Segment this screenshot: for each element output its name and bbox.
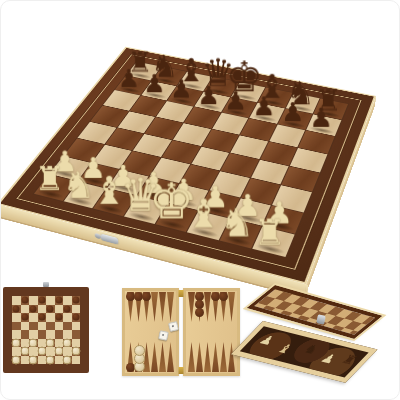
hinge-icon	[179, 367, 184, 374]
checkers-square	[63, 322, 72, 331]
thumbnail-backgammon[interactable]	[122, 288, 240, 376]
checkers-square	[46, 313, 55, 322]
checkers-square	[29, 296, 38, 305]
backgammon-left-half	[122, 288, 179, 376]
checkers-board	[3, 287, 89, 373]
dice-icon	[158, 330, 169, 341]
checkers-square	[46, 305, 55, 314]
checkers-square	[29, 347, 38, 356]
hinge-icon	[179, 290, 184, 297]
dark-checker	[21, 314, 28, 321]
checkers-square	[21, 305, 30, 314]
backgammon-point	[151, 342, 158, 372]
backgammon-point	[228, 342, 235, 372]
checkers-square	[38, 330, 47, 339]
light-checker	[46, 355, 55, 364]
checkers-square	[72, 296, 81, 305]
checkers-square	[12, 313, 21, 322]
checkers-square	[72, 305, 81, 314]
checkers-square	[55, 356, 64, 365]
checkers-square	[46, 347, 55, 356]
checkers-square	[38, 347, 47, 356]
black-pawn: ♟	[281, 99, 305, 125]
checkers-square	[63, 356, 72, 365]
checkers-square	[12, 296, 21, 305]
checkers-square	[38, 339, 47, 348]
checkers-square	[63, 330, 72, 339]
checkers-square	[55, 347, 64, 356]
checkers-square	[12, 356, 21, 365]
white-knight: ♞	[219, 204, 254, 243]
black-pawn: ♟	[117, 66, 139, 91]
backgammon-point	[196, 342, 203, 372]
light-checker	[20, 347, 29, 356]
checkers-square	[72, 347, 81, 356]
checkers-square	[21, 296, 30, 305]
checkers-square	[72, 339, 81, 348]
thumbnail-checkers[interactable]	[3, 282, 89, 378]
black-pawn: ♟	[252, 93, 275, 119]
dark-checker	[64, 305, 71, 312]
white-bishop: ♝	[186, 195, 221, 234]
backgammon-point	[188, 342, 195, 372]
checkers-square	[29, 322, 38, 331]
checkers-square	[72, 313, 81, 322]
checkers-square	[21, 347, 30, 356]
checkers-square	[63, 339, 72, 348]
white-knight: ♞	[63, 166, 96, 203]
checkers-square	[55, 296, 64, 305]
backgammon-point	[159, 292, 166, 322]
checkers-square	[63, 296, 72, 305]
checkers-square	[46, 322, 55, 331]
backgammon-right-half	[183, 288, 240, 376]
perspective-wrapper: ♜♞♝♛♚♝♞♜♟♟♟♟♟♟♟♟♟♟♟♟♟♟♟♟♜♞♝♛♚♝♞♜	[1, 1, 400, 279]
checkers-square	[21, 330, 30, 339]
dark-checker	[38, 297, 45, 304]
light-checker	[71, 347, 80, 356]
light-checker	[29, 338, 38, 347]
checkers-square	[29, 305, 38, 314]
checkers-square	[55, 305, 64, 314]
backgammon-point	[167, 342, 174, 372]
backgammon-point	[151, 292, 158, 322]
white-rook: ♜	[254, 215, 286, 251]
square-h1: ♜	[253, 227, 295, 257]
dark-checker	[47, 305, 54, 312]
checkers-square	[72, 330, 81, 339]
checkers-square	[55, 313, 64, 322]
backgammon-point	[220, 342, 227, 372]
checkers-square	[12, 347, 21, 356]
black-pawn: ♟	[309, 105, 333, 131]
checkers-square	[63, 313, 72, 322]
checkers-square	[12, 339, 21, 348]
checkers-grid	[12, 296, 80, 364]
chess-board-3d: ♜♞♝♛♚♝♞♜♟♟♟♟♟♟♟♟♟♟♟♟♟♟♟♟♜♞♝♛♚♝♞♜	[0, 47, 376, 284]
checkers-square	[38, 305, 47, 314]
checkers-square	[38, 296, 47, 305]
checkers-square	[21, 339, 30, 348]
dice-icon	[168, 321, 179, 332]
black-pawn: ♟	[170, 77, 193, 102]
main-product-photo[interactable]: ♜♞♝♛♚♝♞♜♟♟♟♟♟♟♟♟♟♟♟♟♟♟♟♟♜♞♝♛♚♝♞♜	[1, 1, 400, 279]
backgammon-point	[167, 292, 174, 322]
checkers-square	[21, 356, 30, 365]
dark-checker	[21, 297, 28, 304]
light-checker	[63, 355, 72, 364]
checkers-square	[21, 313, 30, 322]
checkers-square	[55, 339, 64, 348]
checkers-square	[29, 339, 38, 348]
thumbnail-storage-box[interactable]: ♟ ♝ ♞ ♟ ♜	[261, 275, 400, 385]
checkers-square	[55, 322, 64, 331]
light-checker	[29, 355, 38, 364]
dark-backgammon-checker	[142, 292, 151, 301]
backgammon-point	[228, 292, 235, 322]
light-checker	[63, 338, 72, 347]
backgammon-point	[204, 292, 211, 322]
square-g4	[251, 159, 289, 184]
checkers-square	[72, 322, 81, 331]
checkers-square	[72, 356, 81, 365]
checkers-square	[46, 356, 55, 365]
checkers-square	[55, 330, 64, 339]
checkers-square	[63, 347, 72, 356]
light-checker	[12, 355, 21, 364]
checkers-square	[38, 313, 47, 322]
backgammon-point	[204, 342, 211, 372]
checkers-square	[38, 322, 47, 331]
checkers-square	[46, 339, 55, 348]
checkers-square	[29, 313, 38, 322]
light-checker	[12, 338, 21, 347]
product-photo-stage: ♜♞♝♛♚♝♞♜♟♟♟♟♟♟♟♟♟♟♟♟♟♟♟♟♜♞♝♛♚♝♞♜ ♟ ♝ ♞	[0, 0, 400, 400]
black-pawn: ♟	[143, 71, 166, 96]
light-checker	[37, 347, 46, 356]
white-rook: ♜	[35, 162, 65, 195]
dark-checker	[55, 314, 62, 321]
checkers-square	[29, 330, 38, 339]
checkers-square	[12, 322, 21, 331]
checkers-square	[63, 305, 72, 314]
dark-checker	[72, 297, 79, 304]
checkers-square	[46, 296, 55, 305]
light-checker	[46, 338, 55, 347]
black-pawn: ♟	[197, 82, 220, 108]
dark-checker	[38, 314, 45, 321]
dark-checker	[13, 305, 20, 312]
checkers-square	[38, 356, 47, 365]
dark-checker	[72, 314, 79, 321]
dark-checker	[30, 305, 37, 312]
checkers-square	[21, 322, 30, 331]
checkers-square	[29, 356, 38, 365]
dark-backgammon-checker	[195, 308, 204, 317]
dark-backgammon-checker	[219, 292, 228, 301]
backgammon-point	[212, 342, 219, 372]
checkers-square	[46, 330, 55, 339]
dark-checker	[55, 297, 62, 304]
light-checker	[54, 347, 63, 356]
black-pawn: ♟	[224, 88, 247, 114]
light-backgammon-checker	[134, 345, 145, 356]
checkers-square	[12, 330, 21, 339]
backgammon-point	[159, 342, 166, 372]
backgammon-point	[188, 292, 195, 322]
checkers-square	[12, 305, 21, 314]
